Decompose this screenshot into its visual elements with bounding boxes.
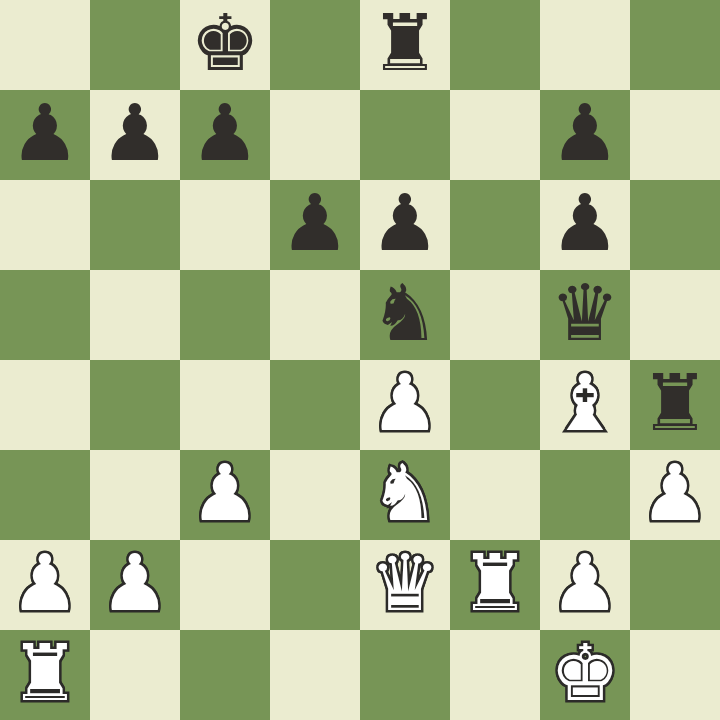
- square-a8[interactable]: [0, 0, 90, 90]
- square-g6[interactable]: ♟: [540, 180, 630, 270]
- square-g7[interactable]: ♟: [540, 90, 630, 180]
- square-h4[interactable]: ♜: [630, 360, 720, 450]
- square-b2[interactable]: ♟: [90, 540, 180, 630]
- square-f2[interactable]: ♜: [450, 540, 540, 630]
- square-h7[interactable]: [630, 90, 720, 180]
- square-c5[interactable]: [180, 270, 270, 360]
- square-c4[interactable]: [180, 360, 270, 450]
- square-g2[interactable]: ♟: [540, 540, 630, 630]
- square-h5[interactable]: [630, 270, 720, 360]
- square-f5[interactable]: [450, 270, 540, 360]
- piece-black-pawn[interactable]: ♟: [550, 88, 620, 178]
- square-h3[interactable]: ♟: [630, 450, 720, 540]
- square-d3[interactable]: [270, 450, 360, 540]
- square-b6[interactable]: [90, 180, 180, 270]
- piece-black-pawn[interactable]: ♟: [100, 88, 170, 178]
- piece-black-queen[interactable]: ♛: [550, 268, 620, 358]
- square-c2[interactable]: [180, 540, 270, 630]
- square-d2[interactable]: [270, 540, 360, 630]
- chess-board: ♚♜♟♟♟♟♟♟♟♞♛♟♝♜♟♞♟♟♟♛♜♟♜♚: [0, 0, 720, 720]
- square-b3[interactable]: [90, 450, 180, 540]
- square-g8[interactable]: [540, 0, 630, 90]
- square-d8[interactable]: [270, 0, 360, 90]
- square-h2[interactable]: [630, 540, 720, 630]
- square-c8[interactable]: ♚: [180, 0, 270, 90]
- square-f3[interactable]: [450, 450, 540, 540]
- square-h1[interactable]: [630, 630, 720, 720]
- square-e1[interactable]: [360, 630, 450, 720]
- square-f8[interactable]: [450, 0, 540, 90]
- square-a2[interactable]: ♟: [0, 540, 90, 630]
- square-a4[interactable]: [0, 360, 90, 450]
- piece-white-bishop[interactable]: ♝: [550, 358, 620, 448]
- piece-white-pawn[interactable]: ♟: [550, 538, 620, 628]
- piece-black-pawn[interactable]: ♟: [10, 88, 80, 178]
- square-e3[interactable]: ♞: [360, 450, 450, 540]
- piece-white-pawn[interactable]: ♟: [100, 538, 170, 628]
- square-f4[interactable]: [450, 360, 540, 450]
- square-g5[interactable]: ♛: [540, 270, 630, 360]
- square-d1[interactable]: [270, 630, 360, 720]
- piece-white-rook[interactable]: ♜: [460, 538, 530, 628]
- piece-black-knight[interactable]: ♞: [370, 268, 440, 358]
- piece-black-pawn[interactable]: ♟: [550, 178, 620, 268]
- piece-white-knight[interactable]: ♞: [370, 448, 440, 538]
- square-h8[interactable]: [630, 0, 720, 90]
- square-d6[interactable]: ♟: [270, 180, 360, 270]
- square-c1[interactable]: [180, 630, 270, 720]
- square-b4[interactable]: [90, 360, 180, 450]
- piece-white-king[interactable]: ♚: [550, 628, 620, 718]
- square-d5[interactable]: [270, 270, 360, 360]
- square-a1[interactable]: ♜: [0, 630, 90, 720]
- piece-black-rook[interactable]: ♜: [640, 358, 710, 448]
- square-h6[interactable]: [630, 180, 720, 270]
- piece-black-pawn[interactable]: ♟: [280, 178, 350, 268]
- square-e4[interactable]: ♟: [360, 360, 450, 450]
- square-a5[interactable]: [0, 270, 90, 360]
- square-e8[interactable]: ♜: [360, 0, 450, 90]
- square-d7[interactable]: [270, 90, 360, 180]
- square-b7[interactable]: ♟: [90, 90, 180, 180]
- piece-black-pawn[interactable]: ♟: [190, 88, 260, 178]
- piece-black-pawn[interactable]: ♟: [370, 178, 440, 268]
- square-d4[interactable]: [270, 360, 360, 450]
- square-b1[interactable]: [90, 630, 180, 720]
- square-g3[interactable]: [540, 450, 630, 540]
- square-c3[interactable]: ♟: [180, 450, 270, 540]
- square-c7[interactable]: ♟: [180, 90, 270, 180]
- square-g1[interactable]: ♚: [540, 630, 630, 720]
- piece-white-queen[interactable]: ♛: [370, 538, 440, 628]
- square-a6[interactable]: [0, 180, 90, 270]
- piece-white-pawn[interactable]: ♟: [370, 358, 440, 448]
- square-e6[interactable]: ♟: [360, 180, 450, 270]
- piece-white-rook[interactable]: ♜: [10, 628, 80, 718]
- piece-black-rook[interactable]: ♜: [370, 0, 440, 88]
- square-f6[interactable]: [450, 180, 540, 270]
- square-a7[interactable]: ♟: [0, 90, 90, 180]
- square-a3[interactable]: [0, 450, 90, 540]
- square-g4[interactable]: ♝: [540, 360, 630, 450]
- square-f7[interactable]: [450, 90, 540, 180]
- square-b5[interactable]: [90, 270, 180, 360]
- square-c6[interactable]: [180, 180, 270, 270]
- square-f1[interactable]: [450, 630, 540, 720]
- piece-white-pawn[interactable]: ♟: [10, 538, 80, 628]
- square-e2[interactable]: ♛: [360, 540, 450, 630]
- square-b8[interactable]: [90, 0, 180, 90]
- piece-white-pawn[interactable]: ♟: [640, 448, 710, 538]
- piece-white-pawn[interactable]: ♟: [190, 448, 260, 538]
- square-e5[interactable]: ♞: [360, 270, 450, 360]
- piece-black-king[interactable]: ♚: [190, 0, 260, 88]
- square-e7[interactable]: [360, 90, 450, 180]
